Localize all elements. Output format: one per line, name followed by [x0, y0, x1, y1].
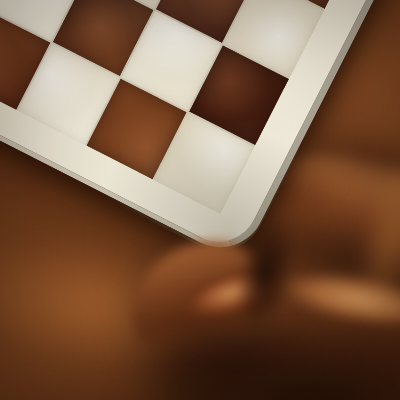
- chessboard-photo: [0, 0, 400, 400]
